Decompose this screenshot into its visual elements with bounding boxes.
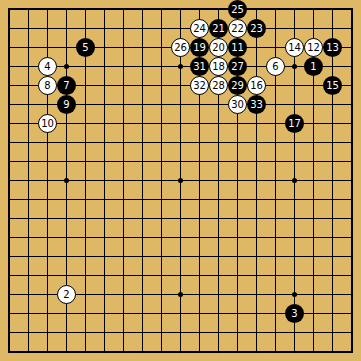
intersection-A18[interactable] (0, 19, 19, 38)
intersection-P11[interactable] (266, 152, 285, 171)
intersection-B6[interactable] (19, 247, 38, 266)
intersection-C3[interactable] (38, 304, 57, 323)
intersection-G10[interactable] (114, 171, 133, 190)
intersection-H19[interactable] (133, 0, 152, 19)
intersection-J19[interactable] (152, 0, 171, 19)
intersection-H2[interactable] (133, 323, 152, 342)
intersection-S19[interactable] (323, 0, 342, 19)
intersection-E4[interactable] (76, 285, 95, 304)
intersection-K14[interactable] (171, 95, 190, 114)
intersection-E9[interactable] (76, 190, 95, 209)
intersection-R15[interactable] (304, 76, 323, 95)
intersection-F11[interactable] (95, 152, 114, 171)
intersection-O18[interactable]: 23 (247, 19, 266, 38)
intersection-D5[interactable] (57, 266, 76, 285)
intersection-O9[interactable] (247, 190, 266, 209)
intersection-K16[interactable] (171, 57, 190, 76)
intersection-T19[interactable] (342, 0, 361, 19)
intersection-F14[interactable] (95, 95, 114, 114)
intersection-T9[interactable] (342, 190, 361, 209)
intersection-E8[interactable] (76, 209, 95, 228)
intersection-N16[interactable]: 27 (228, 57, 247, 76)
intersection-O16[interactable] (247, 57, 266, 76)
intersection-F5[interactable] (95, 266, 114, 285)
intersection-D14[interactable]: 9 (57, 95, 76, 114)
intersection-F7[interactable] (95, 228, 114, 247)
intersection-M15[interactable]: 28 (209, 76, 228, 95)
intersection-K18[interactable] (171, 19, 190, 38)
intersection-S5[interactable] (323, 266, 342, 285)
intersection-S8[interactable] (323, 209, 342, 228)
intersection-B9[interactable] (19, 190, 38, 209)
intersection-K5[interactable] (171, 266, 190, 285)
intersection-T8[interactable] (342, 209, 361, 228)
intersection-J7[interactable] (152, 228, 171, 247)
intersection-J10[interactable] (152, 171, 171, 190)
intersection-E17[interactable]: 5 (76, 38, 95, 57)
intersection-A10[interactable] (0, 171, 19, 190)
intersection-E15[interactable] (76, 76, 95, 95)
intersection-J16[interactable] (152, 57, 171, 76)
intersection-R17[interactable]: 12 (304, 38, 323, 57)
intersection-N10[interactable] (228, 171, 247, 190)
intersection-E7[interactable] (76, 228, 95, 247)
intersection-H12[interactable] (133, 133, 152, 152)
intersection-C9[interactable] (38, 190, 57, 209)
intersection-T17[interactable] (342, 38, 361, 57)
intersection-L13[interactable] (190, 114, 209, 133)
intersection-O8[interactable] (247, 209, 266, 228)
intersection-N17[interactable]: 11 (228, 38, 247, 57)
intersection-N7[interactable] (228, 228, 247, 247)
intersection-G6[interactable] (114, 247, 133, 266)
intersection-D8[interactable] (57, 209, 76, 228)
intersection-R3[interactable] (304, 304, 323, 323)
intersection-Q19[interactable] (285, 0, 304, 19)
intersection-O17[interactable] (247, 38, 266, 57)
intersection-H18[interactable] (133, 19, 152, 38)
intersection-G13[interactable] (114, 114, 133, 133)
intersection-S16[interactable] (323, 57, 342, 76)
intersection-P2[interactable] (266, 323, 285, 342)
intersection-F4[interactable] (95, 285, 114, 304)
intersection-T6[interactable] (342, 247, 361, 266)
intersection-E19[interactable] (76, 0, 95, 19)
intersection-C4[interactable] (38, 285, 57, 304)
intersection-R5[interactable] (304, 266, 323, 285)
intersection-D12[interactable] (57, 133, 76, 152)
intersection-C12[interactable] (38, 133, 57, 152)
intersection-F9[interactable] (95, 190, 114, 209)
intersection-H15[interactable] (133, 76, 152, 95)
intersection-T7[interactable] (342, 228, 361, 247)
intersection-J12[interactable] (152, 133, 171, 152)
intersection-K4[interactable] (171, 285, 190, 304)
intersection-H8[interactable] (133, 209, 152, 228)
intersection-G14[interactable] (114, 95, 133, 114)
intersection-P19[interactable] (266, 0, 285, 19)
intersection-B8[interactable] (19, 209, 38, 228)
intersection-J11[interactable] (152, 152, 171, 171)
intersection-N4[interactable] (228, 285, 247, 304)
intersection-C14[interactable] (38, 95, 57, 114)
intersection-B1[interactable] (19, 342, 38, 361)
intersection-L19[interactable] (190, 0, 209, 19)
intersection-Q1[interactable] (285, 342, 304, 361)
intersection-H5[interactable] (133, 266, 152, 285)
intersection-A17[interactable] (0, 38, 19, 57)
intersection-H13[interactable] (133, 114, 152, 133)
intersection-J9[interactable] (152, 190, 171, 209)
intersection-G12[interactable] (114, 133, 133, 152)
intersection-M4[interactable] (209, 285, 228, 304)
intersection-A5[interactable] (0, 266, 19, 285)
intersection-L8[interactable] (190, 209, 209, 228)
intersection-R11[interactable] (304, 152, 323, 171)
intersection-Q14[interactable] (285, 95, 304, 114)
intersection-B7[interactable] (19, 228, 38, 247)
intersection-Q16[interactable] (285, 57, 304, 76)
intersection-A8[interactable] (0, 209, 19, 228)
intersection-F16[interactable] (95, 57, 114, 76)
intersection-G9[interactable] (114, 190, 133, 209)
intersection-M18[interactable]: 21 (209, 19, 228, 38)
intersection-F18[interactable] (95, 19, 114, 38)
intersection-E16[interactable] (76, 57, 95, 76)
intersection-O7[interactable] (247, 228, 266, 247)
intersection-B12[interactable] (19, 133, 38, 152)
intersection-D7[interactable] (57, 228, 76, 247)
intersection-E11[interactable] (76, 152, 95, 171)
intersection-S13[interactable] (323, 114, 342, 133)
intersection-Q9[interactable] (285, 190, 304, 209)
intersection-G8[interactable] (114, 209, 133, 228)
intersection-N13[interactable] (228, 114, 247, 133)
intersection-E10[interactable] (76, 171, 95, 190)
intersection-O11[interactable] (247, 152, 266, 171)
intersection-P10[interactable] (266, 171, 285, 190)
intersection-Q11[interactable] (285, 152, 304, 171)
intersection-Q13[interactable]: 17 (285, 114, 304, 133)
intersection-T14[interactable] (342, 95, 361, 114)
intersection-M8[interactable] (209, 209, 228, 228)
intersection-N14[interactable]: 30 (228, 95, 247, 114)
intersection-T10[interactable] (342, 171, 361, 190)
intersection-P15[interactable] (266, 76, 285, 95)
intersection-G2[interactable] (114, 323, 133, 342)
intersection-T13[interactable] (342, 114, 361, 133)
intersection-J8[interactable] (152, 209, 171, 228)
intersection-P14[interactable] (266, 95, 285, 114)
intersection-C10[interactable] (38, 171, 57, 190)
intersection-R9[interactable] (304, 190, 323, 209)
intersection-C17[interactable] (38, 38, 57, 57)
intersection-D9[interactable] (57, 190, 76, 209)
intersection-M10[interactable] (209, 171, 228, 190)
intersection-P4[interactable] (266, 285, 285, 304)
intersection-O5[interactable] (247, 266, 266, 285)
intersection-L6[interactable] (190, 247, 209, 266)
intersection-C5[interactable] (38, 266, 57, 285)
intersection-L7[interactable] (190, 228, 209, 247)
intersection-G3[interactable] (114, 304, 133, 323)
intersection-R12[interactable] (304, 133, 323, 152)
intersection-A15[interactable] (0, 76, 19, 95)
intersection-C16[interactable]: 4 (38, 57, 57, 76)
intersection-C19[interactable] (38, 0, 57, 19)
intersection-T12[interactable] (342, 133, 361, 152)
intersection-M16[interactable]: 18 (209, 57, 228, 76)
intersection-S11[interactable] (323, 152, 342, 171)
intersection-O1[interactable] (247, 342, 266, 361)
intersection-H7[interactable] (133, 228, 152, 247)
intersection-L1[interactable] (190, 342, 209, 361)
intersection-H14[interactable] (133, 95, 152, 114)
intersection-F1[interactable] (95, 342, 114, 361)
intersection-L3[interactable] (190, 304, 209, 323)
intersection-P12[interactable] (266, 133, 285, 152)
intersection-B4[interactable] (19, 285, 38, 304)
intersection-M5[interactable] (209, 266, 228, 285)
intersection-T11[interactable] (342, 152, 361, 171)
intersection-G5[interactable] (114, 266, 133, 285)
intersection-G16[interactable] (114, 57, 133, 76)
intersection-C7[interactable] (38, 228, 57, 247)
intersection-D16[interactable] (57, 57, 76, 76)
intersection-O14[interactable]: 33 (247, 95, 266, 114)
intersection-A9[interactable] (0, 190, 19, 209)
intersection-E5[interactable] (76, 266, 95, 285)
intersection-N8[interactable] (228, 209, 247, 228)
intersection-F6[interactable] (95, 247, 114, 266)
intersection-H3[interactable] (133, 304, 152, 323)
intersection-P9[interactable] (266, 190, 285, 209)
intersection-N6[interactable] (228, 247, 247, 266)
intersection-L11[interactable] (190, 152, 209, 171)
intersection-F17[interactable] (95, 38, 114, 57)
intersection-H9[interactable] (133, 190, 152, 209)
intersection-P8[interactable] (266, 209, 285, 228)
intersection-K2[interactable] (171, 323, 190, 342)
intersection-B19[interactable] (19, 0, 38, 19)
intersection-O4[interactable] (247, 285, 266, 304)
intersection-D3[interactable] (57, 304, 76, 323)
intersection-P16[interactable]: 6 (266, 57, 285, 76)
intersection-N11[interactable] (228, 152, 247, 171)
intersection-M7[interactable] (209, 228, 228, 247)
intersection-N19[interactable]: 25 (228, 0, 247, 19)
intersection-J15[interactable] (152, 76, 171, 95)
intersection-A6[interactable] (0, 247, 19, 266)
intersection-O15[interactable]: 16 (247, 76, 266, 95)
intersection-A19[interactable] (0, 0, 19, 19)
intersection-F10[interactable] (95, 171, 114, 190)
intersection-M17[interactable]: 20 (209, 38, 228, 57)
intersection-R1[interactable] (304, 342, 323, 361)
intersection-N15[interactable]: 29 (228, 76, 247, 95)
intersection-M11[interactable] (209, 152, 228, 171)
intersection-Q3[interactable]: 3 (285, 304, 304, 323)
intersection-T15[interactable] (342, 76, 361, 95)
intersection-R14[interactable] (304, 95, 323, 114)
intersection-S15[interactable]: 15 (323, 76, 342, 95)
intersection-J1[interactable] (152, 342, 171, 361)
intersection-J4[interactable] (152, 285, 171, 304)
intersection-M6[interactable] (209, 247, 228, 266)
intersection-E3[interactable] (76, 304, 95, 323)
intersection-A12[interactable] (0, 133, 19, 152)
intersection-B17[interactable] (19, 38, 38, 57)
intersection-Q2[interactable] (285, 323, 304, 342)
intersection-N1[interactable] (228, 342, 247, 361)
intersection-K1[interactable] (171, 342, 190, 361)
intersection-K17[interactable]: 26 (171, 38, 190, 57)
intersection-L9[interactable] (190, 190, 209, 209)
intersection-Q15[interactable] (285, 76, 304, 95)
intersection-H10[interactable] (133, 171, 152, 190)
intersection-A1[interactable] (0, 342, 19, 361)
intersection-P7[interactable] (266, 228, 285, 247)
intersection-F3[interactable] (95, 304, 114, 323)
intersection-G17[interactable] (114, 38, 133, 57)
intersection-S10[interactable] (323, 171, 342, 190)
intersection-T5[interactable] (342, 266, 361, 285)
intersection-S9[interactable] (323, 190, 342, 209)
intersection-C8[interactable] (38, 209, 57, 228)
intersection-R4[interactable] (304, 285, 323, 304)
intersection-S4[interactable] (323, 285, 342, 304)
intersection-H1[interactable] (133, 342, 152, 361)
intersection-C1[interactable] (38, 342, 57, 361)
intersection-S18[interactable] (323, 19, 342, 38)
intersection-C15[interactable]: 8 (38, 76, 57, 95)
intersection-J2[interactable] (152, 323, 171, 342)
intersection-A13[interactable] (0, 114, 19, 133)
intersection-M12[interactable] (209, 133, 228, 152)
intersection-N9[interactable] (228, 190, 247, 209)
intersection-S12[interactable] (323, 133, 342, 152)
intersection-K15[interactable] (171, 76, 190, 95)
intersection-R13[interactable] (304, 114, 323, 133)
intersection-S3[interactable] (323, 304, 342, 323)
intersection-H4[interactable] (133, 285, 152, 304)
intersection-D19[interactable] (57, 0, 76, 19)
intersection-R18[interactable] (304, 19, 323, 38)
intersection-O2[interactable] (247, 323, 266, 342)
intersection-F19[interactable] (95, 0, 114, 19)
intersection-N5[interactable] (228, 266, 247, 285)
intersection-B16[interactable] (19, 57, 38, 76)
intersection-G7[interactable] (114, 228, 133, 247)
intersection-H16[interactable] (133, 57, 152, 76)
intersection-F12[interactable] (95, 133, 114, 152)
intersection-L17[interactable]: 19 (190, 38, 209, 57)
intersection-A14[interactable] (0, 95, 19, 114)
intersection-R7[interactable] (304, 228, 323, 247)
intersection-P17[interactable] (266, 38, 285, 57)
intersection-G19[interactable] (114, 0, 133, 19)
intersection-B18[interactable] (19, 19, 38, 38)
intersection-Q6[interactable] (285, 247, 304, 266)
intersection-K13[interactable] (171, 114, 190, 133)
intersection-B3[interactable] (19, 304, 38, 323)
intersection-N2[interactable] (228, 323, 247, 342)
intersection-A4[interactable] (0, 285, 19, 304)
intersection-L10[interactable] (190, 171, 209, 190)
intersection-B2[interactable] (19, 323, 38, 342)
intersection-O19[interactable] (247, 0, 266, 19)
intersection-E18[interactable] (76, 19, 95, 38)
intersection-H11[interactable] (133, 152, 152, 171)
intersection-J17[interactable] (152, 38, 171, 57)
intersection-K12[interactable] (171, 133, 190, 152)
intersection-S14[interactable] (323, 95, 342, 114)
intersection-C6[interactable] (38, 247, 57, 266)
intersection-M9[interactable] (209, 190, 228, 209)
intersection-D11[interactable] (57, 152, 76, 171)
intersection-K9[interactable] (171, 190, 190, 209)
intersection-S1[interactable] (323, 342, 342, 361)
intersection-D4[interactable]: 2 (57, 285, 76, 304)
intersection-M13[interactable] (209, 114, 228, 133)
intersection-J14[interactable] (152, 95, 171, 114)
intersection-F13[interactable] (95, 114, 114, 133)
intersection-B14[interactable] (19, 95, 38, 114)
intersection-P3[interactable] (266, 304, 285, 323)
intersection-E14[interactable] (76, 95, 95, 114)
intersection-K7[interactable] (171, 228, 190, 247)
intersection-C2[interactable] (38, 323, 57, 342)
intersection-Q17[interactable]: 14 (285, 38, 304, 57)
intersection-K6[interactable] (171, 247, 190, 266)
intersection-O13[interactable] (247, 114, 266, 133)
intersection-L4[interactable] (190, 285, 209, 304)
intersection-F2[interactable] (95, 323, 114, 342)
intersection-N18[interactable]: 22 (228, 19, 247, 38)
intersection-R19[interactable] (304, 0, 323, 19)
intersection-D1[interactable] (57, 342, 76, 361)
intersection-T3[interactable] (342, 304, 361, 323)
intersection-P13[interactable] (266, 114, 285, 133)
intersection-G15[interactable] (114, 76, 133, 95)
intersection-E13[interactable] (76, 114, 95, 133)
intersection-Q10[interactable] (285, 171, 304, 190)
intersection-H6[interactable] (133, 247, 152, 266)
intersection-D2[interactable] (57, 323, 76, 342)
intersection-K19[interactable] (171, 0, 190, 19)
intersection-O10[interactable] (247, 171, 266, 190)
intersection-G1[interactable] (114, 342, 133, 361)
intersection-A11[interactable] (0, 152, 19, 171)
intersection-Q7[interactable] (285, 228, 304, 247)
intersection-E6[interactable] (76, 247, 95, 266)
intersection-T18[interactable] (342, 19, 361, 38)
intersection-B5[interactable] (19, 266, 38, 285)
intersection-O6[interactable] (247, 247, 266, 266)
intersection-D13[interactable] (57, 114, 76, 133)
intersection-Q5[interactable] (285, 266, 304, 285)
intersection-B10[interactable] (19, 171, 38, 190)
intersection-B11[interactable] (19, 152, 38, 171)
intersection-L5[interactable] (190, 266, 209, 285)
intersection-R6[interactable] (304, 247, 323, 266)
intersection-D17[interactable] (57, 38, 76, 57)
intersection-K10[interactable] (171, 171, 190, 190)
intersection-P6[interactable] (266, 247, 285, 266)
intersection-J18[interactable] (152, 19, 171, 38)
intersection-Q8[interactable] (285, 209, 304, 228)
intersection-B15[interactable] (19, 76, 38, 95)
